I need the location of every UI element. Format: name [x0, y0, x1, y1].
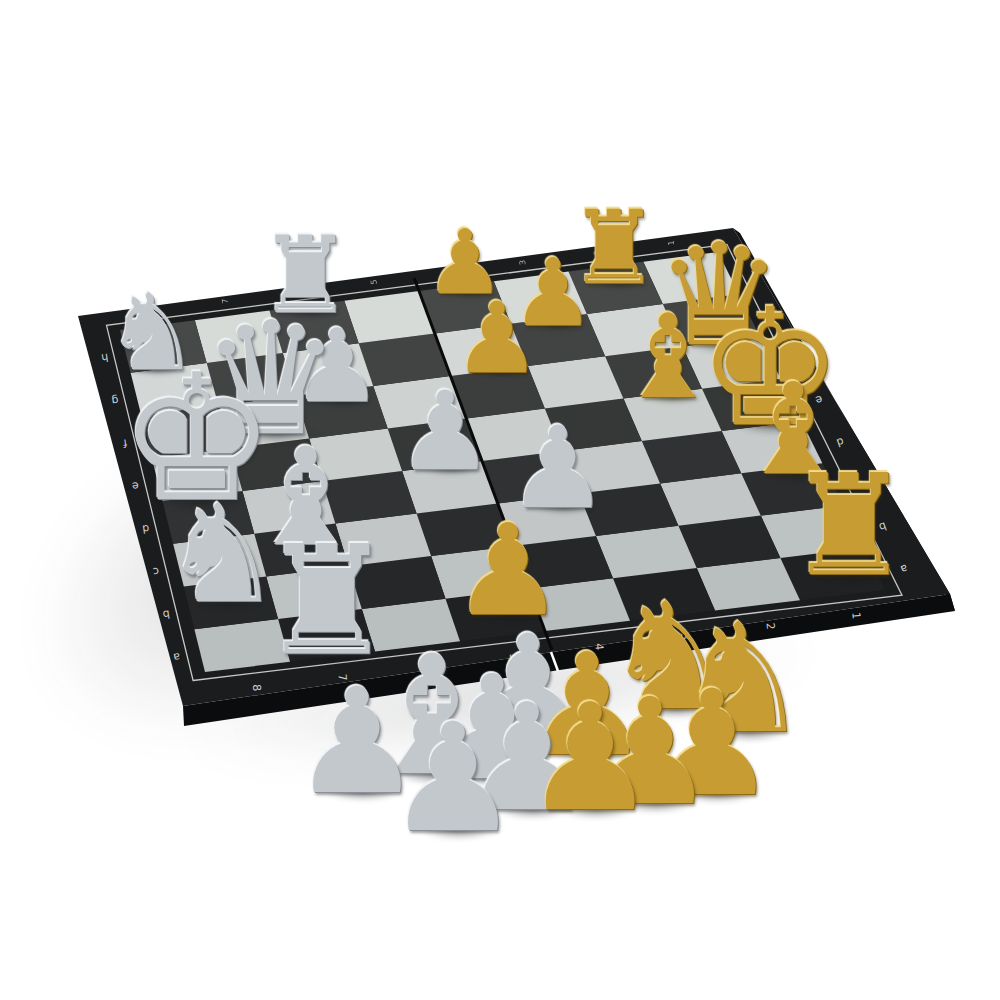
chess-set-photo: aabbccddeeffgghh1122334455667788 ♜♟♜♟♛♞♟…	[0, 0, 1000, 1000]
captured-silver-pawn: ♟	[386, 703, 520, 853]
rank-label-near-1: 1	[849, 612, 863, 620]
captured-gold-pawn: ♟	[524, 684, 657, 832]
piece-gold-rook-a1: ♜	[786, 456, 912, 596]
piece-silver-pawn-d5: ♟	[396, 377, 494, 486]
rank-label-far-5: 5	[369, 279, 378, 285]
